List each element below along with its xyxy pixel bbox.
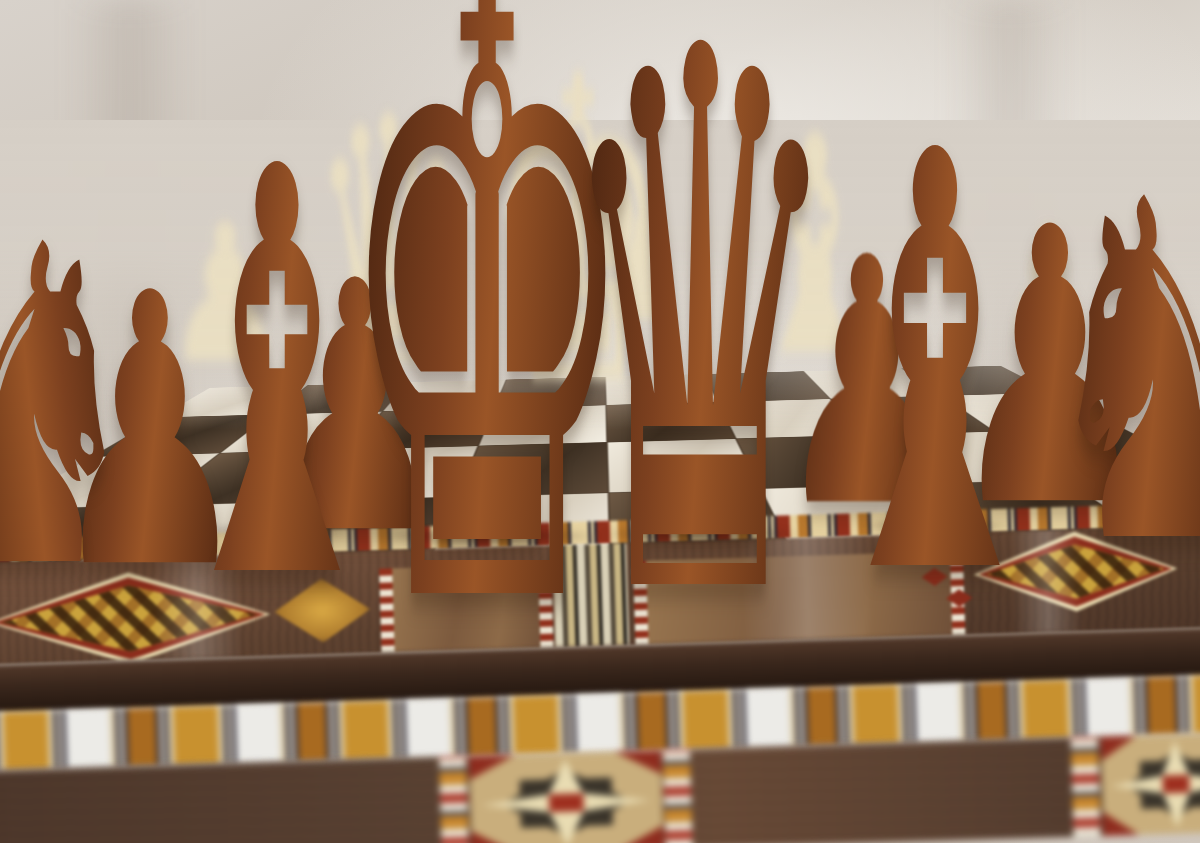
brown-queen-piece[interactable]: ♛ [556, 0, 843, 699]
brown-bishop-piece[interactable]: ♝ [811, 79, 1058, 654]
brown-knight-piece[interactable]: ♞ [1037, 140, 1200, 608]
foreground-pieces-layer: ♞♟♝♟♚♛♟♝♟♞ [0, 0, 1200, 843]
chess-photo-scene: ♟♛♚♟♝♟ [0, 0, 1200, 843]
brown-knight-piece[interactable]: ♞ [0, 189, 143, 629]
